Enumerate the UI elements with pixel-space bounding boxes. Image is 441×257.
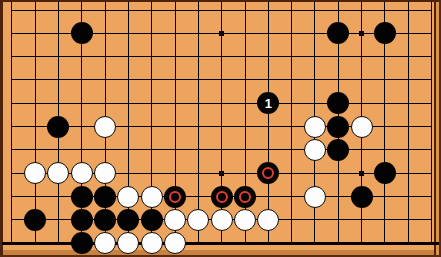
black-stone xyxy=(327,22,349,44)
board-frame-right xyxy=(434,0,436,257)
board-frame-left xyxy=(0,0,3,257)
move-label-overlay: 1 xyxy=(257,92,279,114)
black-stone xyxy=(71,186,93,208)
circle-mark-icon xyxy=(239,191,251,203)
white-stone xyxy=(94,162,116,184)
white-stone xyxy=(187,209,209,231)
star-point xyxy=(359,171,364,176)
black-stone xyxy=(47,116,69,138)
white-stone xyxy=(141,186,163,208)
grid-line-horizontal xyxy=(11,56,432,57)
white-stone xyxy=(304,186,326,208)
move-label: 1 xyxy=(265,97,272,110)
white-stone xyxy=(304,139,326,161)
white-stone xyxy=(94,116,116,138)
star-point xyxy=(219,31,224,36)
black-stone xyxy=(71,209,93,231)
white-stone xyxy=(117,186,139,208)
white-stone xyxy=(164,209,186,231)
circle-mark-icon xyxy=(216,191,228,203)
black-stone xyxy=(141,209,163,231)
black-stone xyxy=(94,209,116,231)
white-stone xyxy=(24,162,46,184)
black-stone xyxy=(351,186,373,208)
black-stone xyxy=(24,209,46,231)
go-board: 1 xyxy=(0,0,441,257)
grid-line-horizontal xyxy=(11,103,432,104)
grid-line-vertical xyxy=(11,2,12,245)
grid-line-vertical xyxy=(431,2,432,245)
grid-line-horizontal xyxy=(11,149,432,150)
white-stone xyxy=(71,162,93,184)
white-stone xyxy=(141,232,163,254)
black-stone xyxy=(71,232,93,254)
board-bottom-edge-line xyxy=(2,242,439,245)
grid-line-horizontal xyxy=(11,79,432,80)
grid-line-vertical xyxy=(408,2,409,245)
grid-line-vertical xyxy=(291,2,292,245)
black-stone xyxy=(374,22,396,44)
grid-line-horizontal xyxy=(11,10,432,11)
circle-mark-icon xyxy=(169,191,181,203)
black-stone xyxy=(327,116,349,138)
white-stone xyxy=(211,209,233,231)
white-stone xyxy=(47,162,69,184)
white-stone xyxy=(351,116,373,138)
star-point xyxy=(219,171,224,176)
white-stone xyxy=(304,116,326,138)
black-stone xyxy=(374,162,396,184)
white-stone xyxy=(257,209,279,231)
star-point xyxy=(359,31,364,36)
black-stone xyxy=(327,139,349,161)
black-stone xyxy=(94,186,116,208)
black-stone xyxy=(71,22,93,44)
black-stone xyxy=(117,209,139,231)
black-stone xyxy=(327,92,349,114)
go-diagram-screenshot: 1 xyxy=(0,0,441,257)
white-stone xyxy=(234,209,256,231)
